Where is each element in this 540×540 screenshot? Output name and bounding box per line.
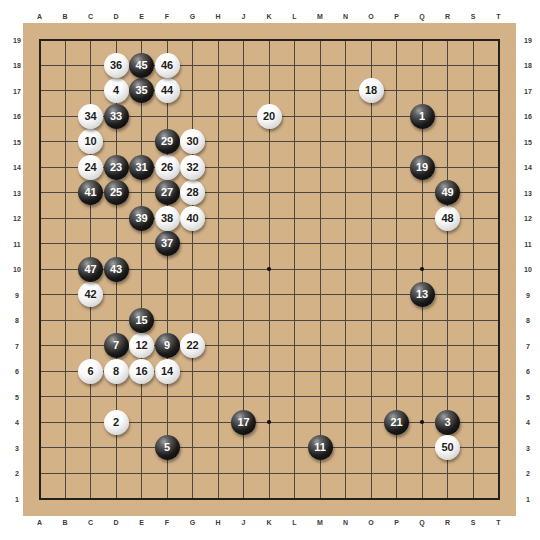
stone-black-31[interactable]: 31 (129, 155, 154, 180)
col-label-bottom: D (113, 519, 118, 526)
row-label-left: 7 (15, 342, 19, 349)
row-label-left: 12 (13, 215, 21, 222)
stone-black-33[interactable]: 33 (104, 104, 129, 129)
stone-black-49[interactable]: 49 (435, 180, 460, 205)
col-label-top: J (242, 13, 246, 20)
row-label-right: 19 (524, 36, 532, 43)
col-label-top: R (445, 13, 450, 20)
row-label-right: 18 (524, 62, 532, 69)
row-label-left: 6 (15, 368, 19, 375)
stone-white-22[interactable]: 22 (180, 333, 205, 358)
row-label-right: 1 (526, 495, 530, 502)
row-label-right: 2 (526, 470, 530, 477)
col-label-bottom: C (88, 519, 93, 526)
col-label-bottom: O (368, 519, 373, 526)
stone-white-12[interactable]: 12 (129, 333, 154, 358)
stone-black-29[interactable]: 29 (155, 129, 180, 154)
stone-white-28[interactable]: 28 (180, 180, 205, 205)
row-label-left: 3 (15, 444, 19, 451)
stone-black-17[interactable]: 17 (231, 410, 256, 435)
stone-white-4[interactable]: 4 (104, 78, 129, 103)
col-label-top: E (139, 13, 144, 20)
col-label-top: O (368, 13, 373, 20)
col-label-bottom: T (496, 519, 500, 526)
col-label-bottom: H (215, 519, 220, 526)
row-label-left: 13 (13, 189, 21, 196)
col-label-top: A (37, 13, 42, 20)
col-label-top: H (215, 13, 220, 20)
col-label-bottom: F (165, 519, 169, 526)
stone-black-23[interactable]: 23 (104, 155, 129, 180)
col-label-bottom: R (445, 519, 450, 526)
stone-black-3[interactable]: 3 (435, 410, 460, 435)
row-label-left: 16 (13, 113, 21, 120)
stone-black-45[interactable]: 45 (129, 53, 154, 78)
row-label-left: 8 (15, 317, 19, 324)
stone-black-39[interactable]: 39 (129, 206, 154, 231)
stone-black-37[interactable]: 37 (155, 231, 180, 256)
col-label-top: D (113, 13, 118, 20)
row-label-right: 9 (526, 291, 530, 298)
col-label-top: S (471, 13, 476, 20)
stone-white-44[interactable]: 44 (155, 78, 180, 103)
col-label-top: N (343, 13, 348, 20)
stone-white-32[interactable]: 32 (180, 155, 205, 180)
col-label-bottom: G (190, 519, 195, 526)
row-label-right: 10 (524, 266, 532, 273)
row-label-right: 11 (524, 240, 531, 247)
col-label-top: T (496, 13, 500, 20)
stone-white-46[interactable]: 46 (155, 53, 180, 78)
stone-white-26[interactable]: 26 (155, 155, 180, 180)
col-label-bottom: L (292, 519, 296, 526)
col-label-bottom: A (37, 519, 42, 526)
col-label-top: Q (419, 13, 424, 20)
row-label-left: 18 (13, 62, 21, 69)
col-label-bottom: Q (419, 519, 424, 526)
col-label-bottom: K (266, 519, 271, 526)
row-label-right: 15 (524, 138, 532, 145)
row-label-left: 5 (15, 393, 19, 400)
stone-white-38[interactable]: 38 (155, 206, 180, 231)
stone-white-20[interactable]: 20 (257, 104, 282, 129)
stone-white-6[interactable]: 6 (78, 359, 103, 384)
row-label-left: 10 (13, 266, 21, 273)
stone-black-9[interactable]: 9 (155, 333, 180, 358)
row-label-right: 7 (526, 342, 530, 349)
stone-white-40[interactable]: 40 (180, 206, 205, 231)
stone-white-50[interactable]: 50 (435, 435, 460, 460)
row-label-right: 8 (526, 317, 530, 324)
col-label-top: L (292, 13, 296, 20)
stone-black-5[interactable]: 5 (155, 435, 180, 460)
stone-black-7[interactable]: 7 (104, 333, 129, 358)
row-label-right: 4 (526, 419, 530, 426)
row-label-right: 16 (524, 113, 532, 120)
col-label-bottom: S (471, 519, 476, 526)
stone-white-48[interactable]: 48 (435, 206, 460, 231)
row-label-right: 17 (524, 87, 532, 94)
row-label-right: 13 (524, 189, 532, 196)
col-label-bottom: M (317, 519, 323, 526)
col-label-top: K (266, 13, 271, 20)
row-label-left: 17 (13, 87, 21, 94)
row-label-left: 2 (15, 470, 19, 477)
col-label-top: C (88, 13, 93, 20)
go-diagram: AABBCCDDEEFFGGHHJJKKLLMMNNOOPPQQRRSSTT19… (0, 0, 540, 540)
stone-white-34[interactable]: 34 (78, 104, 103, 129)
col-label-bottom: J (242, 519, 246, 526)
row-label-right: 5 (526, 393, 530, 400)
col-label-bottom: E (139, 519, 144, 526)
row-label-left: 9 (15, 291, 19, 298)
stone-white-18[interactable]: 18 (359, 78, 384, 103)
stone-white-24[interactable]: 24 (78, 155, 103, 180)
col-label-top: P (394, 13, 399, 20)
stone-black-25[interactable]: 25 (104, 180, 129, 205)
stone-black-1[interactable]: 1 (410, 104, 435, 129)
stone-white-2[interactable]: 2 (104, 410, 129, 435)
row-label-right: 14 (524, 164, 532, 171)
stone-white-36[interactable]: 36 (104, 53, 129, 78)
row-label-right: 3 (526, 444, 530, 451)
stone-white-10[interactable]: 10 (78, 129, 103, 154)
stone-black-19[interactable]: 19 (410, 155, 435, 180)
col-label-top: F (165, 13, 169, 20)
row-label-right: 6 (526, 368, 530, 375)
stone-black-13[interactable]: 13 (410, 282, 435, 307)
row-label-left: 11 (13, 240, 20, 247)
col-label-top: M (317, 13, 323, 20)
stone-black-41[interactable]: 41 (78, 180, 103, 205)
col-label-top: G (190, 13, 195, 20)
row-label-left: 1 (15, 495, 19, 502)
row-label-left: 4 (15, 419, 19, 426)
col-label-top: B (62, 13, 67, 20)
stone-white-30[interactable]: 30 (180, 129, 205, 154)
stone-white-8[interactable]: 8 (104, 359, 129, 384)
stone-black-43[interactable]: 43 (104, 257, 129, 282)
stone-black-35[interactable]: 35 (129, 78, 154, 103)
col-label-bottom: N (343, 519, 348, 526)
row-label-left: 19 (13, 36, 21, 43)
row-label-left: 15 (13, 138, 21, 145)
stone-black-15[interactable]: 15 (129, 308, 154, 333)
stone-white-14[interactable]: 14 (155, 359, 180, 384)
col-label-bottom: P (394, 519, 399, 526)
stone-white-42[interactable]: 42 (78, 282, 103, 307)
row-label-right: 12 (524, 215, 532, 222)
stone-black-21[interactable]: 21 (384, 410, 409, 435)
stone-black-11[interactable]: 11 (308, 435, 333, 460)
row-label-left: 14 (13, 164, 21, 171)
stone-black-27[interactable]: 27 (155, 180, 180, 205)
col-label-bottom: B (62, 519, 67, 526)
stone-black-47[interactable]: 47 (78, 257, 103, 282)
stone-white-16[interactable]: 16 (129, 359, 154, 384)
